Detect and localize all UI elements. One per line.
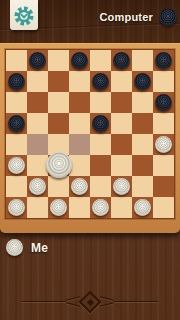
square-e8[interactable] bbox=[90, 50, 111, 71]
square-d7[interactable] bbox=[69, 71, 90, 92]
square-c6[interactable] bbox=[48, 92, 69, 113]
black-piece[interactable] bbox=[155, 94, 172, 111]
square-h5[interactable] bbox=[153, 113, 174, 134]
square-f3[interactable] bbox=[111, 155, 132, 176]
square-g3[interactable] bbox=[132, 155, 153, 176]
square-g5[interactable] bbox=[132, 113, 153, 134]
gear-icon bbox=[13, 5, 35, 27]
board-grid bbox=[5, 49, 175, 219]
black-piece[interactable] bbox=[134, 73, 151, 90]
square-d1[interactable] bbox=[69, 197, 90, 218]
app-screen: Computer Me bbox=[0, 0, 180, 320]
square-b8[interactable] bbox=[27, 50, 48, 71]
square-d6[interactable] bbox=[69, 92, 90, 113]
black-piece[interactable] bbox=[71, 52, 88, 69]
black-piece[interactable] bbox=[92, 115, 109, 132]
square-f8[interactable] bbox=[111, 50, 132, 71]
square-e3[interactable] bbox=[90, 155, 111, 176]
black-piece[interactable] bbox=[113, 52, 130, 69]
square-b3[interactable] bbox=[27, 155, 48, 176]
black-piece[interactable] bbox=[155, 52, 172, 69]
selected-white-piece[interactable] bbox=[46, 152, 72, 178]
square-h1[interactable] bbox=[153, 197, 174, 218]
square-h3[interactable] bbox=[153, 155, 174, 176]
black-piece[interactable] bbox=[29, 52, 46, 69]
square-e7[interactable] bbox=[90, 71, 111, 92]
black-piece[interactable] bbox=[92, 73, 109, 90]
square-d5[interactable] bbox=[69, 113, 90, 134]
checkers-board bbox=[0, 43, 180, 233]
square-b5[interactable] bbox=[27, 113, 48, 134]
square-b4[interactable] bbox=[27, 134, 48, 155]
square-d8[interactable] bbox=[69, 50, 90, 71]
white-piece[interactable] bbox=[50, 199, 67, 216]
white-piece[interactable] bbox=[134, 199, 151, 216]
square-h6[interactable] bbox=[153, 92, 174, 113]
square-e2[interactable] bbox=[90, 176, 111, 197]
square-c1[interactable] bbox=[48, 197, 69, 218]
square-a6[interactable] bbox=[6, 92, 27, 113]
square-b1[interactable] bbox=[27, 197, 48, 218]
square-d3[interactable] bbox=[69, 155, 90, 176]
square-a8[interactable] bbox=[6, 50, 27, 71]
square-h4[interactable] bbox=[153, 134, 174, 155]
square-e1[interactable] bbox=[90, 197, 111, 218]
white-piece[interactable] bbox=[155, 136, 172, 153]
white-piece[interactable] bbox=[71, 178, 88, 195]
square-f6[interactable] bbox=[111, 92, 132, 113]
white-checker-icon bbox=[6, 239, 23, 256]
black-checker-icon bbox=[159, 8, 177, 26]
white-piece[interactable] bbox=[29, 178, 46, 195]
square-e5[interactable] bbox=[90, 113, 111, 134]
player-top: Computer bbox=[99, 8, 177, 26]
square-f5[interactable] bbox=[111, 113, 132, 134]
square-g6[interactable] bbox=[132, 92, 153, 113]
square-c2[interactable] bbox=[48, 176, 69, 197]
square-d4[interactable] bbox=[69, 134, 90, 155]
square-c7[interactable] bbox=[48, 71, 69, 92]
white-piece[interactable] bbox=[8, 199, 25, 216]
square-c3[interactable] bbox=[48, 155, 69, 176]
square-a2[interactable] bbox=[6, 176, 27, 197]
square-h8[interactable] bbox=[153, 50, 174, 71]
square-e4[interactable] bbox=[90, 134, 111, 155]
square-g1[interactable] bbox=[132, 197, 153, 218]
white-piece[interactable] bbox=[113, 178, 130, 195]
white-piece[interactable] bbox=[8, 157, 25, 174]
white-piece[interactable] bbox=[92, 199, 109, 216]
square-a3[interactable] bbox=[6, 155, 27, 176]
player-top-name: Computer bbox=[99, 11, 153, 23]
black-piece[interactable] bbox=[8, 73, 25, 90]
square-b2[interactable] bbox=[27, 176, 48, 197]
square-f2[interactable] bbox=[111, 176, 132, 197]
square-a4[interactable] bbox=[6, 134, 27, 155]
square-a5[interactable] bbox=[6, 113, 27, 134]
square-d2[interactable] bbox=[69, 176, 90, 197]
square-c5[interactable] bbox=[48, 113, 69, 134]
square-b7[interactable] bbox=[27, 71, 48, 92]
player-bottom: Me bbox=[6, 239, 48, 256]
square-g8[interactable] bbox=[132, 50, 153, 71]
square-a7[interactable] bbox=[6, 71, 27, 92]
square-b6[interactable] bbox=[27, 92, 48, 113]
black-piece[interactable] bbox=[8, 115, 25, 132]
diamond-ornament bbox=[0, 292, 180, 312]
square-g2[interactable] bbox=[132, 176, 153, 197]
player-bottom-name: Me bbox=[31, 241, 48, 255]
square-g7[interactable] bbox=[132, 71, 153, 92]
square-h2[interactable] bbox=[153, 176, 174, 197]
square-g4[interactable] bbox=[132, 134, 153, 155]
square-e6[interactable] bbox=[90, 92, 111, 113]
square-c8[interactable] bbox=[48, 50, 69, 71]
square-f7[interactable] bbox=[111, 71, 132, 92]
settings-button[interactable] bbox=[10, 0, 38, 30]
square-f1[interactable] bbox=[111, 197, 132, 218]
square-a1[interactable] bbox=[6, 197, 27, 218]
square-f4[interactable] bbox=[111, 134, 132, 155]
square-h7[interactable] bbox=[153, 71, 174, 92]
